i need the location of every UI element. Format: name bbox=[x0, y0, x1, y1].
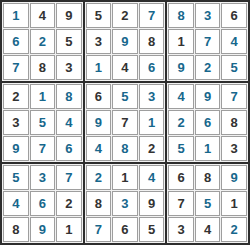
sudoku-cell-r9c7[interactable]: 3 bbox=[168, 217, 194, 242]
sudoku-cell-r5c9[interactable]: 8 bbox=[221, 110, 247, 135]
sudoku-box-3: 836174925 bbox=[167, 2, 248, 81]
sudoku-cell-r5c4[interactable]: 9 bbox=[86, 110, 112, 135]
sudoku-cell-r1c6[interactable]: 7 bbox=[139, 3, 165, 28]
sudoku-cell-r6c4[interactable]: 4 bbox=[86, 136, 112, 161]
sudoku-cell-r2c8[interactable]: 7 bbox=[195, 29, 221, 54]
sudoku-cell-r3c7[interactable]: 9 bbox=[168, 55, 194, 80]
sudoku-cell-r4c1[interactable]: 2 bbox=[3, 84, 29, 109]
sudoku-cell-r6c7[interactable]: 5 bbox=[168, 136, 194, 161]
sudoku-cell-r8c7[interactable]: 7 bbox=[168, 191, 194, 216]
sudoku-cell-r5c1[interactable]: 3 bbox=[3, 110, 29, 135]
sudoku-cell-r9c6[interactable]: 5 bbox=[139, 217, 165, 242]
sudoku-cell-r8c5[interactable]: 3 bbox=[112, 191, 138, 216]
sudoku-cell-r5c2[interactable]: 5 bbox=[30, 110, 56, 135]
sudoku-cell-r7c5[interactable]: 1 bbox=[112, 165, 138, 190]
sudoku-cell-r3c6[interactable]: 6 bbox=[139, 55, 165, 80]
sudoku-cell-r4c5[interactable]: 5 bbox=[112, 84, 138, 109]
sudoku-cell-r2c5[interactable]: 9 bbox=[112, 29, 138, 54]
sudoku-cell-r8c1[interactable]: 4 bbox=[3, 191, 29, 216]
sudoku-cell-r4c9[interactable]: 7 bbox=[221, 84, 247, 109]
sudoku-cell-r8c3[interactable]: 2 bbox=[56, 191, 82, 216]
sudoku-cell-r3c3[interactable]: 3 bbox=[56, 55, 82, 80]
sudoku-box-4: 218354976 bbox=[2, 83, 83, 162]
sudoku-cell-r8c8[interactable]: 5 bbox=[195, 191, 221, 216]
sudoku-cell-r6c9[interactable]: 3 bbox=[221, 136, 247, 161]
sudoku-box-8: 214839765 bbox=[85, 164, 166, 243]
sudoku-cell-r5c8[interactable]: 6 bbox=[195, 110, 221, 135]
sudoku-cell-r3c4[interactable]: 1 bbox=[86, 55, 112, 80]
sudoku-cell-r5c6[interactable]: 1 bbox=[139, 110, 165, 135]
sudoku-cell-r5c5[interactable]: 7 bbox=[112, 110, 138, 135]
sudoku-cell-r4c3[interactable]: 8 bbox=[56, 84, 82, 109]
sudoku-cell-r2c3[interactable]: 5 bbox=[56, 29, 82, 54]
sudoku-cell-r2c7[interactable]: 1 bbox=[168, 29, 194, 54]
sudoku-cell-r2c2[interactable]: 2 bbox=[30, 29, 56, 54]
sudoku-box-5: 653971482 bbox=[85, 83, 166, 162]
sudoku-cell-r1c9[interactable]: 6 bbox=[221, 3, 247, 28]
sudoku-cell-r8c9[interactable]: 1 bbox=[221, 191, 247, 216]
sudoku-cell-r7c1[interactable]: 5 bbox=[3, 165, 29, 190]
sudoku-cell-r4c7[interactable]: 4 bbox=[168, 84, 194, 109]
sudoku-cell-r4c6[interactable]: 3 bbox=[139, 84, 165, 109]
sudoku-box-9: 689751342 bbox=[167, 164, 248, 243]
sudoku-cell-r9c8[interactable]: 4 bbox=[195, 217, 221, 242]
sudoku-board: 1496257835273981468361749252183549766539… bbox=[0, 0, 250, 245]
sudoku-cell-r6c6[interactable]: 2 bbox=[139, 136, 165, 161]
sudoku-cell-r9c1[interactable]: 8 bbox=[3, 217, 29, 242]
sudoku-cell-r9c3[interactable]: 1 bbox=[56, 217, 82, 242]
sudoku-cell-r7c8[interactable]: 8 bbox=[195, 165, 221, 190]
sudoku-cell-r1c8[interactable]: 3 bbox=[195, 3, 221, 28]
sudoku-cell-r1c7[interactable]: 8 bbox=[168, 3, 194, 28]
sudoku-cell-r1c1[interactable]: 1 bbox=[3, 3, 29, 28]
sudoku-box-2: 527398146 bbox=[85, 2, 166, 81]
sudoku-box-6: 497268513 bbox=[167, 83, 248, 162]
sudoku-cell-r9c4[interactable]: 7 bbox=[86, 217, 112, 242]
sudoku-cell-r2c1[interactable]: 6 bbox=[3, 29, 29, 54]
sudoku-cell-r6c3[interactable]: 6 bbox=[56, 136, 82, 161]
sudoku-cell-r6c8[interactable]: 1 bbox=[195, 136, 221, 161]
sudoku-cell-r5c3[interactable]: 4 bbox=[56, 110, 82, 135]
sudoku-cell-r8c2[interactable]: 6 bbox=[30, 191, 56, 216]
sudoku-cell-r1c2[interactable]: 4 bbox=[30, 3, 56, 28]
sudoku-cell-r1c5[interactable]: 2 bbox=[112, 3, 138, 28]
sudoku-cell-r7c9[interactable]: 9 bbox=[221, 165, 247, 190]
sudoku-cell-r6c2[interactable]: 7 bbox=[30, 136, 56, 161]
sudoku-cell-r6c5[interactable]: 8 bbox=[112, 136, 138, 161]
sudoku-cell-r6c1[interactable]: 9 bbox=[3, 136, 29, 161]
sudoku-cell-r2c4[interactable]: 3 bbox=[86, 29, 112, 54]
sudoku-cell-r7c7[interactable]: 6 bbox=[168, 165, 194, 190]
sudoku-cell-r4c2[interactable]: 1 bbox=[30, 84, 56, 109]
sudoku-cell-r9c9[interactable]: 2 bbox=[221, 217, 247, 242]
sudoku-cell-r7c4[interactable]: 2 bbox=[86, 165, 112, 190]
sudoku-cell-r3c5[interactable]: 4 bbox=[112, 55, 138, 80]
sudoku-cell-r7c3[interactable]: 7 bbox=[56, 165, 82, 190]
sudoku-cell-r7c2[interactable]: 3 bbox=[30, 165, 56, 190]
sudoku-cell-r1c3[interactable]: 9 bbox=[56, 3, 82, 28]
sudoku-box-1: 149625783 bbox=[2, 2, 83, 81]
sudoku-cell-r3c2[interactable]: 8 bbox=[30, 55, 56, 80]
sudoku-cell-r4c8[interactable]: 9 bbox=[195, 84, 221, 109]
sudoku-cell-r2c6[interactable]: 8 bbox=[139, 29, 165, 54]
sudoku-cell-r3c8[interactable]: 2 bbox=[195, 55, 221, 80]
sudoku-box-7: 537462891 bbox=[2, 164, 83, 243]
sudoku-cell-r7c6[interactable]: 4 bbox=[139, 165, 165, 190]
sudoku-cell-r1c4[interactable]: 5 bbox=[86, 3, 112, 28]
sudoku-cell-r3c9[interactable]: 5 bbox=[221, 55, 247, 80]
sudoku-cell-r8c4[interactable]: 8 bbox=[86, 191, 112, 216]
sudoku-cell-r3c1[interactable]: 7 bbox=[3, 55, 29, 80]
sudoku-cell-r9c5[interactable]: 6 bbox=[112, 217, 138, 242]
sudoku-cell-r4c4[interactable]: 6 bbox=[86, 84, 112, 109]
sudoku-cell-r8c6[interactable]: 9 bbox=[139, 191, 165, 216]
sudoku-cell-r5c7[interactable]: 2 bbox=[168, 110, 194, 135]
sudoku-cell-r9c2[interactable]: 9 bbox=[30, 217, 56, 242]
sudoku-cell-r2c9[interactable]: 4 bbox=[221, 29, 247, 54]
